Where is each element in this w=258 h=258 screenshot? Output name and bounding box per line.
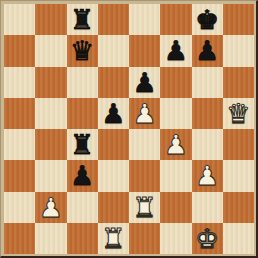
piece-black-king: ♚ xyxy=(195,4,219,35)
square-f6[interactable] xyxy=(160,67,191,98)
square-g2[interactable] xyxy=(192,192,223,223)
square-g5[interactable] xyxy=(192,98,223,129)
piece-white-pawn: ♟ xyxy=(133,98,157,129)
square-d6[interactable] xyxy=(98,67,129,98)
square-d2[interactable] xyxy=(98,192,129,223)
square-h1[interactable] xyxy=(223,223,254,254)
square-d4[interactable] xyxy=(98,129,129,160)
piece-white-rook: ♜ xyxy=(101,223,125,254)
piece-white-pawn: ♟ xyxy=(39,192,63,223)
piece-black-pawn: ♟ xyxy=(70,160,94,191)
square-e5[interactable]: ♟ xyxy=(129,98,160,129)
square-e6[interactable]: ♟ xyxy=(129,67,160,98)
square-b8[interactable] xyxy=(35,4,66,35)
square-c7[interactable]: ♛ xyxy=(67,35,98,66)
square-f5[interactable] xyxy=(160,98,191,129)
piece-black-pawn: ♟ xyxy=(133,67,157,98)
square-h5[interactable]: ♛ xyxy=(223,98,254,129)
square-c6[interactable] xyxy=(67,67,98,98)
square-e4[interactable] xyxy=(129,129,160,160)
piece-black-pawn: ♟ xyxy=(195,35,219,66)
square-e2[interactable]: ♜ xyxy=(129,192,160,223)
square-c2[interactable] xyxy=(67,192,98,223)
square-h8[interactable] xyxy=(223,4,254,35)
chess-app-window: ♜♚♛♟♟♟♟♟♛♜♟♟♟♟♜♜♚ xyxy=(0,0,258,258)
square-d7[interactable] xyxy=(98,35,129,66)
square-b6[interactable] xyxy=(35,67,66,98)
square-g6[interactable] xyxy=(192,67,223,98)
square-h6[interactable] xyxy=(223,67,254,98)
square-a7[interactable] xyxy=(4,35,35,66)
square-d8[interactable] xyxy=(98,4,129,35)
square-a8[interactable] xyxy=(4,4,35,35)
square-e8[interactable] xyxy=(129,4,160,35)
piece-white-pawn: ♟ xyxy=(195,160,219,191)
square-a6[interactable] xyxy=(4,67,35,98)
square-a5[interactable] xyxy=(4,98,35,129)
piece-black-rook: ♜ xyxy=(70,129,94,160)
square-g4[interactable] xyxy=(192,129,223,160)
piece-white-queen: ♛ xyxy=(226,98,250,129)
square-a3[interactable] xyxy=(4,160,35,191)
piece-white-king: ♚ xyxy=(195,223,219,254)
square-d1[interactable]: ♜ xyxy=(98,223,129,254)
square-b5[interactable] xyxy=(35,98,66,129)
square-c8[interactable]: ♜ xyxy=(67,4,98,35)
square-a1[interactable] xyxy=(4,223,35,254)
square-c5[interactable] xyxy=(67,98,98,129)
square-e1[interactable] xyxy=(129,223,160,254)
square-g8[interactable]: ♚ xyxy=(192,4,223,35)
square-f2[interactable] xyxy=(160,192,191,223)
square-f4[interactable]: ♟ xyxy=(160,129,191,160)
piece-white-rook: ♜ xyxy=(133,192,157,223)
piece-black-pawn: ♟ xyxy=(101,98,125,129)
square-g7[interactable]: ♟ xyxy=(192,35,223,66)
square-c4[interactable]: ♜ xyxy=(67,129,98,160)
piece-black-pawn: ♟ xyxy=(164,35,188,66)
square-b2[interactable]: ♟ xyxy=(35,192,66,223)
square-a2[interactable] xyxy=(4,192,35,223)
square-f3[interactable] xyxy=(160,160,191,191)
square-b1[interactable] xyxy=(35,223,66,254)
square-e7[interactable] xyxy=(129,35,160,66)
square-f1[interactable] xyxy=(160,223,191,254)
square-c1[interactable] xyxy=(67,223,98,254)
piece-black-rook: ♜ xyxy=(70,4,94,35)
square-f8[interactable] xyxy=(160,4,191,35)
square-b7[interactable] xyxy=(35,35,66,66)
board-frame: ♜♚♛♟♟♟♟♟♛♜♟♟♟♟♜♜♚ xyxy=(0,0,258,258)
square-c3[interactable]: ♟ xyxy=(67,160,98,191)
square-h4[interactable] xyxy=(223,129,254,160)
square-h2[interactable] xyxy=(223,192,254,223)
piece-white-pawn: ♟ xyxy=(164,129,188,160)
square-b4[interactable] xyxy=(35,129,66,160)
square-e3[interactable] xyxy=(129,160,160,191)
square-g1[interactable]: ♚ xyxy=(192,223,223,254)
square-f7[interactable]: ♟ xyxy=(160,35,191,66)
square-a4[interactable] xyxy=(4,129,35,160)
square-d3[interactable] xyxy=(98,160,129,191)
square-b3[interactable] xyxy=(35,160,66,191)
square-d5[interactable]: ♟ xyxy=(98,98,129,129)
piece-black-queen: ♛ xyxy=(70,35,94,66)
chess-board: ♜♚♛♟♟♟♟♟♛♜♟♟♟♟♜♜♚ xyxy=(4,4,254,254)
square-h3[interactable] xyxy=(223,160,254,191)
square-g3[interactable]: ♟ xyxy=(192,160,223,191)
square-h7[interactable] xyxy=(223,35,254,66)
